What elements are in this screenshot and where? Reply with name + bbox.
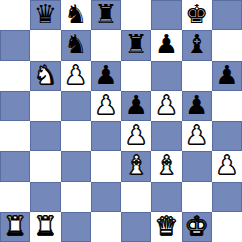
square-b6[interactable]: ♞ <box>30 61 60 91</box>
square-a3[interactable] <box>0 151 30 181</box>
square-g2[interactable] <box>182 182 212 212</box>
square-a5[interactable] <box>0 91 30 121</box>
square-g3[interactable] <box>182 151 212 181</box>
square-a2[interactable] <box>0 182 30 212</box>
square-e2[interactable] <box>121 182 151 212</box>
black-knight: ♞ <box>64 1 87 27</box>
square-d8[interactable]: ♜ <box>91 0 121 30</box>
black-pawn: ♟ <box>124 92 147 118</box>
square-h1[interactable] <box>212 212 242 242</box>
black-pawn: ♟ <box>155 31 178 57</box>
square-c1[interactable] <box>61 212 91 242</box>
black-pawn: ♟ <box>215 62 238 88</box>
square-e6[interactable] <box>121 61 151 91</box>
square-e4[interactable]: ♟ <box>121 121 151 151</box>
square-g7[interactable]: ♝ <box>182 30 212 60</box>
square-h7[interactable] <box>212 30 242 60</box>
white-pawn: ♟ <box>215 152 238 178</box>
square-h3[interactable]: ♟ <box>212 151 242 181</box>
white-pawn: ♟ <box>124 122 147 148</box>
square-e3[interactable]: ♝ <box>121 151 151 181</box>
white-bishop: ♝ <box>124 152 147 178</box>
square-f5[interactable]: ♟ <box>151 91 181 121</box>
white-pawn: ♟ <box>94 92 117 118</box>
square-f8[interactable] <box>151 0 181 30</box>
black-queen: ♛ <box>34 1 57 27</box>
square-f7[interactable]: ♟ <box>151 30 181 60</box>
black-pawn: ♟ <box>185 92 208 118</box>
square-c6[interactable]: ♟ <box>61 61 91 91</box>
square-g6[interactable] <box>182 61 212 91</box>
square-g4[interactable]: ♟ <box>182 121 212 151</box>
square-b7[interactable] <box>30 30 60 60</box>
square-e7[interactable]: ♜ <box>121 30 151 60</box>
black-rook: ♜ <box>124 31 147 57</box>
square-b3[interactable] <box>30 151 60 181</box>
square-e5[interactable]: ♟ <box>121 91 151 121</box>
square-a8[interactable] <box>0 0 30 30</box>
square-f6[interactable] <box>151 61 181 91</box>
white-queen: ♛ <box>155 213 178 239</box>
square-a6[interactable] <box>0 61 30 91</box>
black-king: ♚ <box>185 1 208 27</box>
square-g8[interactable]: ♚ <box>182 0 212 30</box>
square-c5[interactable] <box>61 91 91 121</box>
square-d1[interactable] <box>91 212 121 242</box>
square-b1[interactable]: ♜ <box>30 212 60 242</box>
square-g1[interactable]: ♚ <box>182 212 212 242</box>
square-b2[interactable] <box>30 182 60 212</box>
square-b4[interactable] <box>30 121 60 151</box>
square-b5[interactable] <box>30 91 60 121</box>
white-rook: ♜ <box>34 213 57 239</box>
white-knight: ♞ <box>34 62 57 88</box>
square-d4[interactable] <box>91 121 121 151</box>
white-king: ♚ <box>185 213 208 239</box>
white-pawn: ♟ <box>185 122 208 148</box>
square-e8[interactable] <box>121 0 151 30</box>
square-a1[interactable]: ♜ <box>0 212 30 242</box>
square-d7[interactable] <box>91 30 121 60</box>
square-d3[interactable] <box>91 151 121 181</box>
square-g5[interactable]: ♟ <box>182 91 212 121</box>
square-a7[interactable] <box>0 30 30 60</box>
chess-board: ♛♞♜♚♞♜♟♝♞♟♟♟♟♟♟♟♟♟♝♝♟♜♜♛♚ <box>0 0 242 242</box>
square-c8[interactable]: ♞ <box>61 0 91 30</box>
square-f4[interactable] <box>151 121 181 151</box>
square-h4[interactable] <box>212 121 242 151</box>
black-pawn: ♟ <box>94 62 117 88</box>
square-d6[interactable]: ♟ <box>91 61 121 91</box>
black-bishop: ♝ <box>185 31 208 57</box>
square-d5[interactable]: ♟ <box>91 91 121 121</box>
square-h6[interactable]: ♟ <box>212 61 242 91</box>
white-rook: ♜ <box>3 213 26 239</box>
square-h2[interactable] <box>212 182 242 212</box>
square-c3[interactable] <box>61 151 91 181</box>
square-f3[interactable]: ♝ <box>151 151 181 181</box>
square-c2[interactable] <box>61 182 91 212</box>
black-knight: ♞ <box>64 31 87 57</box>
square-h5[interactable] <box>212 91 242 121</box>
square-a4[interactable] <box>0 121 30 151</box>
square-c7[interactable]: ♞ <box>61 30 91 60</box>
square-h8[interactable] <box>212 0 242 30</box>
white-pawn: ♟ <box>64 62 87 88</box>
square-b8[interactable]: ♛ <box>30 0 60 30</box>
square-c4[interactable] <box>61 121 91 151</box>
square-f1[interactable]: ♛ <box>151 212 181 242</box>
square-f2[interactable] <box>151 182 181 212</box>
white-bishop: ♝ <box>155 152 178 178</box>
square-e1[interactable] <box>121 212 151 242</box>
black-rook: ♜ <box>94 1 117 27</box>
square-d2[interactable] <box>91 182 121 212</box>
white-pawn: ♟ <box>155 92 178 118</box>
